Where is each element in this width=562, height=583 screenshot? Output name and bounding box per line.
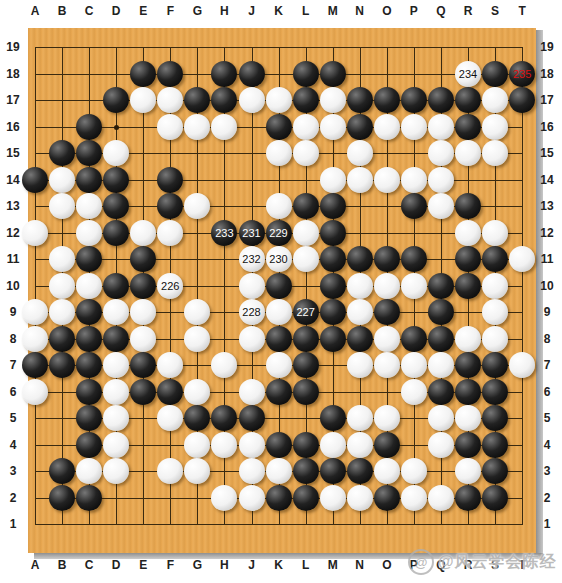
stone-black[interactable]	[482, 405, 508, 431]
stone-white[interactable]	[22, 220, 48, 246]
stone-white[interactable]	[347, 273, 373, 299]
coord-row-left: 10	[2, 279, 24, 293]
stone-black[interactable]	[320, 326, 346, 352]
coord-row-left: 19	[2, 40, 24, 54]
grid-line-vertical	[522, 47, 523, 525]
coord-row-right: 14	[536, 173, 558, 187]
stone-white[interactable]	[184, 326, 210, 352]
coord-row-left: 9	[2, 305, 24, 319]
stone-black[interactable]	[428, 87, 454, 113]
stone-white[interactable]	[211, 485, 237, 511]
coord-col-bottom: F	[159, 558, 181, 572]
stone-white[interactable]	[428, 485, 454, 511]
stone-black[interactable]	[455, 193, 481, 219]
coord-col-top: O	[376, 4, 398, 18]
coord-row-left: 6	[2, 385, 24, 399]
stone-white[interactable]	[482, 273, 508, 299]
stone-white[interactable]	[401, 167, 427, 193]
stone-white[interactable]	[347, 299, 373, 325]
stone-white[interactable]	[401, 273, 427, 299]
stone-white[interactable]	[347, 485, 373, 511]
coord-row-right: 18	[536, 67, 558, 81]
stone-white[interactable]	[22, 379, 48, 405]
stone-white[interactable]	[49, 193, 75, 219]
coord-row-right: 4	[536, 438, 558, 452]
stone-white[interactable]	[184, 432, 210, 458]
stone-black[interactable]	[239, 61, 265, 87]
stone-white[interactable]	[320, 167, 346, 193]
coord-row-left: 8	[2, 332, 24, 346]
stone-black[interactable]	[266, 114, 292, 140]
stone-black[interactable]	[374, 485, 400, 511]
stone-white[interactable]	[347, 405, 373, 431]
stone-black[interactable]	[374, 87, 400, 113]
stone-black[interactable]	[76, 299, 102, 325]
stone-white[interactable]	[266, 140, 292, 166]
stone-white-move-230[interactable]: 230	[266, 246, 292, 272]
stone-black[interactable]	[428, 273, 454, 299]
stone-black[interactable]	[401, 326, 427, 352]
stone-black[interactable]	[49, 352, 75, 378]
watermark-text: @风云学会陈经	[438, 552, 557, 573]
stone-black[interactable]	[130, 246, 156, 272]
stone-black[interactable]	[157, 379, 183, 405]
stone-black[interactable]	[103, 326, 129, 352]
stone-white[interactable]	[374, 273, 400, 299]
stone-white[interactable]	[130, 326, 156, 352]
stone-white[interactable]	[22, 299, 48, 325]
coord-col-bottom: N	[349, 558, 371, 572]
stone-white[interactable]	[266, 87, 292, 113]
stone-white-move-226[interactable]: 226	[157, 273, 183, 299]
coord-row-right: 7	[536, 358, 558, 372]
stone-white[interactable]	[320, 114, 346, 140]
stone-black[interactable]	[76, 352, 102, 378]
coord-col-bottom: E	[132, 558, 154, 572]
coord-col-bottom: M	[322, 558, 344, 572]
stone-black[interactable]	[76, 326, 102, 352]
go-game-screenshot: AABBCCDDEEFFGGHHJJKKLLMMNNOOPPQQRRSSTT19…	[0, 0, 562, 583]
coord-row-left: 16	[2, 120, 24, 134]
coord-col-bottom: C	[78, 558, 100, 572]
stone-white[interactable]	[428, 167, 454, 193]
stone-white[interactable]	[130, 299, 156, 325]
stone-black[interactable]	[374, 246, 400, 272]
stone-black-move-231[interactable]: 231	[239, 220, 265, 246]
coord-row-left: 17	[2, 93, 24, 107]
stone-black[interactable]	[455, 246, 481, 272]
stone-black[interactable]	[320, 246, 346, 272]
stone-white[interactable]	[374, 405, 400, 431]
stone-black[interactable]	[266, 273, 292, 299]
stone-black[interactable]	[76, 432, 102, 458]
stone-white[interactable]	[482, 140, 508, 166]
stone-black[interactable]	[293, 193, 319, 219]
stone-white[interactable]	[130, 220, 156, 246]
stone-white[interactable]	[103, 299, 129, 325]
stone-black[interactable]	[49, 458, 75, 484]
stone-white[interactable]	[239, 458, 265, 484]
stone-black[interactable]	[482, 379, 508, 405]
stone-black[interactable]	[293, 326, 319, 352]
stone-black[interactable]	[239, 405, 265, 431]
stone-black[interactable]	[401, 246, 427, 272]
stone-black[interactable]	[76, 140, 102, 166]
coord-row-left: 18	[2, 67, 24, 81]
coord-row-right: 13	[536, 199, 558, 213]
stone-black[interactable]	[428, 379, 454, 405]
stone-white[interactable]	[455, 220, 481, 246]
stone-white[interactable]	[347, 352, 373, 378]
stone-black[interactable]	[103, 273, 129, 299]
stone-white[interactable]	[320, 485, 346, 511]
stone-black[interactable]	[103, 193, 129, 219]
stone-white[interactable]	[157, 114, 183, 140]
stone-white[interactable]	[374, 352, 400, 378]
coord-col-top: A	[24, 4, 46, 18]
stone-white[interactable]	[266, 458, 292, 484]
coord-col-top: P	[403, 4, 425, 18]
stone-white[interactable]	[455, 326, 481, 352]
stone-white[interactable]	[347, 140, 373, 166]
coord-col-top: S	[484, 4, 506, 18]
stone-black-move-229[interactable]: 229	[266, 220, 292, 246]
coord-row-left: 11	[2, 252, 24, 266]
coord-col-bottom: G	[186, 558, 208, 572]
stone-black[interactable]	[103, 220, 129, 246]
stone-white[interactable]	[293, 220, 319, 246]
stone-white[interactable]	[293, 246, 319, 272]
coord-row-left: 14	[2, 173, 24, 187]
stone-black[interactable]	[49, 140, 75, 166]
coord-row-right: 2	[536, 491, 558, 505]
stone-white[interactable]	[76, 273, 102, 299]
coord-col-top: J	[241, 4, 263, 18]
coord-col-bottom: D	[105, 558, 127, 572]
coord-col-top: M	[322, 4, 344, 18]
stone-black[interactable]	[76, 379, 102, 405]
stone-black-move-227[interactable]: 227	[293, 299, 319, 325]
coord-col-top: D	[105, 4, 127, 18]
stone-black[interactable]	[76, 167, 102, 193]
coord-col-bottom: J	[241, 558, 263, 572]
stone-white[interactable]	[428, 432, 454, 458]
stone-black[interactable]	[320, 193, 346, 219]
coord-row-right: 5	[536, 411, 558, 425]
coord-col-bottom: H	[213, 558, 235, 572]
coord-col-top: C	[78, 4, 100, 18]
stone-white[interactable]	[239, 326, 265, 352]
stone-white[interactable]	[374, 458, 400, 484]
coord-col-top: H	[213, 4, 235, 18]
stone-black[interactable]	[401, 87, 427, 113]
stone-black[interactable]	[401, 193, 427, 219]
stone-black[interactable]	[374, 432, 400, 458]
stone-black[interactable]	[455, 379, 481, 405]
stone-black[interactable]	[49, 485, 75, 511]
stone-white[interactable]	[320, 87, 346, 113]
stone-black[interactable]	[49, 326, 75, 352]
stone-black[interactable]	[320, 458, 346, 484]
stone-black[interactable]	[347, 326, 373, 352]
coord-col-top: R	[457, 4, 479, 18]
stone-white[interactable]	[184, 379, 210, 405]
coord-row-right: 19	[536, 40, 558, 54]
stone-black[interactable]	[320, 273, 346, 299]
stone-white[interactable]	[428, 140, 454, 166]
stone-black[interactable]	[293, 61, 319, 87]
stone-white[interactable]	[266, 193, 292, 219]
stone-white[interactable]	[49, 167, 75, 193]
stone-black[interactable]	[76, 246, 102, 272]
stone-white[interactable]	[482, 299, 508, 325]
stone-black[interactable]	[455, 485, 481, 511]
stone-white[interactable]	[239, 379, 265, 405]
stone-black[interactable]	[482, 432, 508, 458]
stone-white[interactable]	[266, 299, 292, 325]
stone-white[interactable]	[401, 458, 427, 484]
coord-row-left: 2	[2, 491, 24, 505]
stone-white[interactable]	[347, 167, 373, 193]
stone-black[interactable]	[266, 379, 292, 405]
coord-row-right: 12	[536, 226, 558, 240]
coord-row-right: 9	[536, 305, 558, 319]
stone-black[interactable]	[293, 352, 319, 378]
stone-white[interactable]	[76, 220, 102, 246]
stone-black[interactable]	[103, 87, 129, 113]
stone-white[interactable]	[76, 458, 102, 484]
stone-black[interactable]	[455, 87, 481, 113]
stone-black[interactable]	[76, 114, 102, 140]
stone-black[interactable]	[130, 61, 156, 87]
coord-col-bottom: B	[51, 558, 73, 572]
stone-white[interactable]	[103, 352, 129, 378]
stone-white[interactable]	[184, 114, 210, 140]
coord-col-bottom: O	[376, 558, 398, 572]
stone-black[interactable]	[266, 326, 292, 352]
stone-black[interactable]	[130, 379, 156, 405]
stone-black[interactable]	[22, 167, 48, 193]
stone-white[interactable]	[103, 379, 129, 405]
stone-white[interactable]	[401, 485, 427, 511]
coord-row-left: 5	[2, 411, 24, 425]
stone-white[interactable]	[374, 114, 400, 140]
coord-col-bottom: L	[295, 558, 317, 572]
coord-row-right: 10	[536, 279, 558, 293]
stone-white[interactable]	[76, 193, 102, 219]
stone-black[interactable]	[320, 220, 346, 246]
stone-white[interactable]	[320, 432, 346, 458]
stone-white[interactable]	[374, 326, 400, 352]
stone-white[interactable]	[103, 405, 129, 431]
stone-black[interactable]	[455, 352, 481, 378]
stone-black-move-235[interactable]: 235	[509, 61, 535, 87]
stone-white[interactable]	[509, 246, 535, 272]
stone-black[interactable]	[455, 273, 481, 299]
stone-black[interactable]	[347, 114, 373, 140]
stone-white[interactable]	[482, 87, 508, 113]
stone-white[interactable]	[49, 246, 75, 272]
stone-white[interactable]	[22, 326, 48, 352]
stone-black[interactable]	[266, 432, 292, 458]
stone-white[interactable]	[239, 485, 265, 511]
coord-row-left: 4	[2, 438, 24, 452]
stone-black-move-233[interactable]: 233	[211, 220, 237, 246]
stone-black[interactable]	[428, 326, 454, 352]
stone-black[interactable]	[428, 299, 454, 325]
stone-white[interactable]	[130, 87, 156, 113]
stone-black[interactable]	[157, 61, 183, 87]
stone-white[interactable]	[428, 193, 454, 219]
stone-black[interactable]	[103, 167, 129, 193]
stone-white[interactable]	[401, 114, 427, 140]
stone-black[interactable]	[76, 405, 102, 431]
stone-white[interactable]	[211, 432, 237, 458]
grid-line-horizontal	[35, 524, 523, 525]
stone-white[interactable]	[266, 352, 292, 378]
stone-black[interactable]	[347, 87, 373, 113]
stone-black[interactable]	[374, 299, 400, 325]
stone-black[interactable]	[482, 485, 508, 511]
stone-black[interactable]	[482, 61, 508, 87]
stone-white[interactable]	[428, 405, 454, 431]
coord-col-top: T	[511, 4, 533, 18]
stone-white[interactable]	[103, 432, 129, 458]
stone-black[interactable]	[509, 87, 535, 113]
coord-row-right: 1	[536, 517, 558, 531]
stone-black[interactable]	[455, 114, 481, 140]
watermark: @ @风云学会陈经	[408, 549, 557, 575]
stone-black[interactable]	[293, 379, 319, 405]
stone-black[interactable]	[347, 458, 373, 484]
stone-white[interactable]	[455, 458, 481, 484]
stone-black[interactable]	[22, 352, 48, 378]
coord-row-left: 15	[2, 146, 24, 160]
coord-col-top: K	[268, 4, 290, 18]
coord-row-left: 3	[2, 464, 24, 478]
stone-white[interactable]	[211, 114, 237, 140]
stone-black[interactable]	[293, 432, 319, 458]
stone-black[interactable]	[130, 352, 156, 378]
stone-white[interactable]	[509, 352, 535, 378]
stone-black[interactable]	[482, 246, 508, 272]
coord-row-left: 12	[2, 226, 24, 240]
stone-white[interactable]	[103, 458, 129, 484]
stone-white[interactable]	[239, 273, 265, 299]
stone-white[interactable]	[347, 432, 373, 458]
stone-black[interactable]	[455, 432, 481, 458]
stone-white[interactable]	[103, 140, 129, 166]
coord-row-right: 11	[536, 252, 558, 266]
stone-white[interactable]	[239, 87, 265, 113]
stone-white[interactable]	[374, 167, 400, 193]
stone-white[interactable]	[482, 220, 508, 246]
coord-row-right: 16	[536, 120, 558, 134]
coord-col-bottom: K	[268, 558, 290, 572]
watermark-swirl-icon: @	[408, 549, 434, 575]
stone-black[interactable]	[320, 405, 346, 431]
stone-black[interactable]	[157, 167, 183, 193]
coord-col-bottom: A	[24, 558, 46, 572]
stone-white[interactable]	[482, 326, 508, 352]
stone-white-move-228[interactable]: 228	[239, 299, 265, 325]
coord-row-right: 17	[536, 93, 558, 107]
stone-white[interactable]	[455, 140, 481, 166]
coord-row-right: 3	[536, 464, 558, 478]
coord-row-right: 15	[536, 146, 558, 160]
stone-white-move-234[interactable]: 234	[455, 61, 481, 87]
stone-black[interactable]	[320, 61, 346, 87]
coord-col-top: E	[132, 4, 154, 18]
coord-row-right: 8	[536, 332, 558, 346]
stone-white[interactable]	[293, 140, 319, 166]
coord-row-left: 1	[2, 517, 24, 531]
stone-black[interactable]	[293, 458, 319, 484]
coord-row-left: 7	[2, 358, 24, 372]
stone-white[interactable]	[49, 273, 75, 299]
stone-white[interactable]	[401, 352, 427, 378]
stone-black[interactable]	[130, 273, 156, 299]
stone-white[interactable]	[401, 379, 427, 405]
coord-col-top: L	[295, 4, 317, 18]
stone-black[interactable]	[347, 246, 373, 272]
stone-black[interactable]	[76, 485, 102, 511]
stone-white-move-232[interactable]: 232	[239, 246, 265, 272]
coord-col-top: Q	[430, 4, 452, 18]
stone-white[interactable]	[428, 352, 454, 378]
stone-white[interactable]	[239, 432, 265, 458]
star-point	[114, 125, 119, 130]
stone-white[interactable]	[49, 299, 75, 325]
stone-black[interactable]	[320, 299, 346, 325]
coord-col-top: B	[51, 4, 73, 18]
coord-col-top: G	[186, 4, 208, 18]
stone-black[interactable]	[293, 87, 319, 113]
coord-col-top: F	[159, 4, 181, 18]
stone-black[interactable]	[482, 458, 508, 484]
stone-black[interactable]	[482, 352, 508, 378]
stone-black[interactable]	[293, 485, 319, 511]
stone-white[interactable]	[428, 114, 454, 140]
stone-black[interactable]	[211, 61, 237, 87]
stone-white[interactable]	[455, 405, 481, 431]
stone-white[interactable]	[157, 220, 183, 246]
coord-row-left: 13	[2, 199, 24, 213]
stone-black[interactable]	[266, 485, 292, 511]
coord-row-right: 6	[536, 385, 558, 399]
coord-col-top: N	[349, 4, 371, 18]
stone-white[interactable]	[293, 114, 319, 140]
stone-white[interactable]	[482, 114, 508, 140]
